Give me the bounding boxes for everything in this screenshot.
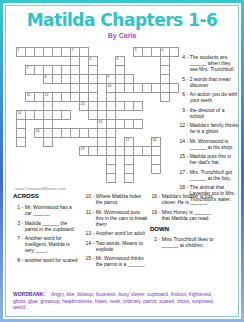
clue-dash: - xyxy=(159,209,161,221)
clue-text: An action you do with your teeth xyxy=(190,91,239,103)
grid-clue-number: 19 xyxy=(81,147,85,151)
grid-clue-number: 3 xyxy=(135,48,137,52)
clue-text: Matilda's family thinks he is a ghost xyxy=(190,122,239,134)
clue-text: The students are ______ when they see Mr… xyxy=(190,54,239,72)
clue-dash: - xyxy=(93,193,95,205)
clue-text: another word for scared xyxy=(25,257,79,263)
across-clues-column-2: 10 - Where Matilda hides the parrot 11 -… xyxy=(84,193,148,271)
clue-item: 11 - Mr. Wormwood puts this in the cars … xyxy=(84,209,148,227)
clue-dash: - xyxy=(22,257,24,263)
clue-item: 9 - the director of a school xyxy=(178,107,239,119)
clue-item: 4 - The students are ______ when they se… xyxy=(178,54,239,72)
word-bank: WORDBANK:Angry, bite, blowup, business, … xyxy=(13,291,218,311)
byline: By Carla xyxy=(3,32,241,39)
grid-clue-number: 17 xyxy=(126,138,130,142)
grid-cell[interactable] xyxy=(106,173,116,183)
clue-number: 1 xyxy=(13,204,20,216)
grid-clue-number: 2 xyxy=(72,48,74,52)
down-header: DOWN xyxy=(150,226,214,232)
clue-number: 16 xyxy=(150,193,157,205)
grid-cell[interactable] xyxy=(160,92,170,102)
clue-dash: - xyxy=(93,255,95,267)
clue-dash: - xyxy=(187,91,189,103)
page-title: Matilda Chapters 1-6 xyxy=(3,11,241,30)
clue-dash: - xyxy=(187,153,189,165)
down-clues-right-column: 4 - The students are ______ when they se… xyxy=(178,54,239,206)
grid-cell[interactable] xyxy=(16,137,26,147)
grid-clue-number: 4 xyxy=(162,48,164,52)
grid-cell[interactable] xyxy=(151,164,161,174)
clue-text: Mr. Wormwood puts this in the cars to br… xyxy=(96,209,148,227)
clue-number: 15 xyxy=(178,153,185,165)
grid-clue-number: 8 xyxy=(45,75,47,79)
clue-item: 6 - An action you do with your teeth xyxy=(178,91,239,103)
worksheet-page: Matilda Chapters 1-6 By Carla 1234567891… xyxy=(0,0,244,322)
across-header: ACROSS xyxy=(13,193,39,199)
clue-dash: - xyxy=(187,169,189,181)
clue-text: Miss Trunchbull likes to ______ at child… xyxy=(162,236,214,248)
clue-number: 2 xyxy=(150,236,157,248)
grid-clue-number: 10 xyxy=(108,84,112,88)
clue-number: 6 xyxy=(178,91,185,103)
grid-clue-number: 14 xyxy=(18,111,22,115)
clue-number: 10 xyxy=(84,193,91,205)
clue-dash: - xyxy=(93,209,95,227)
clue-number: 14 xyxy=(84,240,91,252)
clue-dash: - xyxy=(22,235,24,253)
clue-item: 14 - Mr. Wormwood is ______ at his shop. xyxy=(178,138,239,150)
grid-clue-number: 16 xyxy=(36,129,40,133)
grid-clue-number: 15 xyxy=(99,120,103,124)
clue-item: 16 - Matilda's brother is not clever. He… xyxy=(150,193,214,205)
clue-item: 7 - Another word for intelligent. Matild… xyxy=(13,235,79,253)
word-bank-label: WORDBANK: xyxy=(13,291,45,297)
grid-clue-number: 11 xyxy=(27,93,31,97)
clue-number: 3 xyxy=(13,220,20,232)
source-url: www.CrosswordWeaver.com xyxy=(15,186,66,191)
clue-dash: - xyxy=(187,76,189,88)
clue-item: 15 - Mr. Wormwood thinks the parrot is a… xyxy=(84,255,148,267)
clue-dash: - xyxy=(93,240,95,252)
clue-item: 10 - Where Matilda hides the parrot xyxy=(84,193,148,205)
grid-clue-number: 6 xyxy=(117,57,119,61)
clue-item: 8 - another word for scared xyxy=(13,257,79,263)
clue-item: 2 - Miss Trunchbull likes to ______ at c… xyxy=(150,236,214,248)
clue-text: Two words. Means to explode xyxy=(96,240,148,252)
clue-dash: - xyxy=(159,193,161,205)
across-clues-column-3-top: 16 - Matilda's brother is not clever. He… xyxy=(150,193,214,221)
clue-item: 3 - Matilda ______ the parrot in the cup… xyxy=(13,220,79,232)
across-clues-column-1: 1 - Mr. Wormwood has a car ______. 3 - M… xyxy=(13,204,79,266)
clue-dash: - xyxy=(22,220,24,232)
grid-cell[interactable] xyxy=(43,137,53,147)
clue-text: Matilda ______ the parrot in the cupboar… xyxy=(25,220,79,232)
grid-clue-number: 13 xyxy=(81,102,85,106)
clue-text: Mr. Wormwood is ______ at his shop. xyxy=(190,138,239,150)
clue-text: Miss Honey is ______ that Matilda can re… xyxy=(162,209,214,221)
clue-item: 1 - Mr. Wormwood has a car ______. xyxy=(13,204,79,216)
crossword-grid: 12345678910111213141516171819 xyxy=(16,47,179,183)
clue-text: the director of a school xyxy=(190,107,239,119)
clue-number: 11 xyxy=(84,209,91,227)
clue-dash: - xyxy=(93,230,95,236)
grid-cell[interactable] xyxy=(124,173,134,183)
clue-number: 15 xyxy=(84,255,91,267)
clue-text: Matilda puts this in her dad's hat. xyxy=(190,153,239,165)
clue-text: Mrs. Trunchbull got ______ at the boy. xyxy=(190,169,239,181)
clue-text: Matilda's brother is not clever. He is _… xyxy=(162,193,214,205)
grid-clue-number: 12 xyxy=(45,93,49,97)
clue-item: 17 - Mrs. Trunchbull got ______ at the b… xyxy=(178,169,239,181)
clue-number: 19 xyxy=(150,209,157,221)
clue-number: 17 xyxy=(178,169,185,181)
down-clues-column-3-bottom: 2 - Miss Trunchbull likes to ______ at c… xyxy=(150,236,214,248)
grid-cell[interactable] xyxy=(133,119,143,129)
clue-item: 15 - Matilda puts this in her dad's hat. xyxy=(178,153,239,165)
grid-clue-number: 9 xyxy=(108,75,110,79)
clues-column-3: 16 - Matilda's brother is not clever. He… xyxy=(150,193,214,251)
clue-dash: - xyxy=(187,138,189,150)
clue-text: Mr. Wormwood thinks the parrot is a ____… xyxy=(96,255,148,267)
grid-clue-number: 5 xyxy=(90,57,92,61)
clue-text: Where Matilda hides the parrot xyxy=(96,193,148,205)
clue-number: 8 xyxy=(13,257,20,263)
clue-number: 12 xyxy=(178,122,185,134)
grid-clue-number: 7 xyxy=(27,66,29,70)
clue-item: 12 - Matilda's family thinks he is a gho… xyxy=(178,122,239,134)
clue-dash: - xyxy=(187,107,189,119)
clue-text: Another word for intelligent. Matilda is… xyxy=(25,235,79,253)
clue-dash: - xyxy=(22,204,24,216)
grid-clue-number: 18 xyxy=(153,138,157,142)
clue-text: 2 words that mean discover xyxy=(190,76,239,88)
clue-number: 7 xyxy=(13,235,20,253)
clue-number: 4 xyxy=(178,54,185,72)
clue-item: 19 - Miss Honey is ______ that Matilda c… xyxy=(150,209,214,221)
clue-item: 14 - Two words. Means to explode xyxy=(84,240,148,252)
grid-cell[interactable] xyxy=(133,101,143,111)
clue-item: 13 - Another word for adult xyxy=(84,230,148,236)
clue-dash: - xyxy=(187,54,189,72)
clue-dash: - xyxy=(187,122,189,134)
grid-cell[interactable] xyxy=(61,110,71,120)
clue-number: 9 xyxy=(178,107,185,119)
clue-number: 5 xyxy=(178,76,185,88)
clue-number: 13 xyxy=(84,230,91,236)
clue-text: Mr. Wormwood has a car ______. xyxy=(25,204,79,216)
clue-number: 14 xyxy=(178,138,185,150)
clue-text: Another word for adult xyxy=(96,230,148,236)
clue-item: 5 - 2 words that mean discover xyxy=(178,76,239,88)
clue-dash: - xyxy=(159,236,161,248)
grid-clue-number: 1 xyxy=(18,48,20,52)
